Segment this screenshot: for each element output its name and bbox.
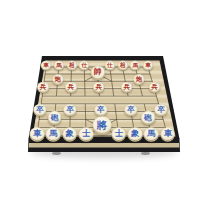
piece-blue-elephant: 象 bbox=[62, 127, 77, 140]
piece-blue-horse: 馬 bbox=[144, 127, 159, 140]
piece-blue-advisor: 士 bbox=[111, 127, 126, 140]
piece-blue-soldier: 卒 bbox=[64, 104, 77, 116]
piece-blue-soldier: 卒 bbox=[33, 104, 46, 116]
product-photo: 車馬相仕仕相馬車帥炮炮兵兵兵兵兵卒卒卒卒卒砲砲將車馬象士士象馬車 bbox=[0, 0, 200, 200]
piece-red-horse: 馬 bbox=[130, 61, 140, 70]
piece-red-soldier: 兵 bbox=[149, 82, 161, 93]
piece-blue-soldier: 卒 bbox=[94, 104, 107, 116]
piece-blue-cannon: 砲 bbox=[141, 111, 155, 123]
piece-red-general: 帥 bbox=[91, 66, 105, 79]
piece-red-chariot: 車 bbox=[41, 61, 51, 70]
piece-blue-chariot: 車 bbox=[160, 127, 175, 140]
piece-blue-advisor: 士 bbox=[79, 127, 94, 140]
piece-blue-horse: 馬 bbox=[46, 127, 61, 140]
piece-red-cannon: 炮 bbox=[133, 74, 144, 84]
piece-red-cannon: 炮 bbox=[52, 74, 63, 84]
piece-blue-chariot: 車 bbox=[30, 127, 45, 140]
piece-red-soldier: 兵 bbox=[65, 82, 77, 93]
piece-blue-soldier: 卒 bbox=[155, 104, 168, 116]
piece-red-chariot: 車 bbox=[143, 61, 153, 70]
piece-red-elephant: 相 bbox=[117, 61, 127, 70]
piece-red-soldier: 兵 bbox=[37, 82, 49, 93]
piece-red-elephant: 相 bbox=[66, 61, 76, 70]
pieces-layer: 車馬相仕仕相馬車帥炮炮兵兵兵兵兵卒卒卒卒卒砲砲將車馬象士士象馬車 bbox=[0, 0, 200, 200]
piece-red-advisor: 仕 bbox=[79, 61, 89, 70]
piece-blue-elephant: 象 bbox=[128, 127, 143, 140]
piece-red-soldier: 兵 bbox=[93, 82, 105, 93]
piece-blue-soldier: 卒 bbox=[124, 104, 137, 116]
piece-blue-cannon: 砲 bbox=[48, 111, 62, 123]
piece-red-horse: 馬 bbox=[54, 61, 64, 70]
piece-blue-general: 將 bbox=[92, 117, 111, 134]
piece-red-soldier: 兵 bbox=[121, 82, 133, 93]
piece-red-advisor: 仕 bbox=[105, 61, 115, 70]
